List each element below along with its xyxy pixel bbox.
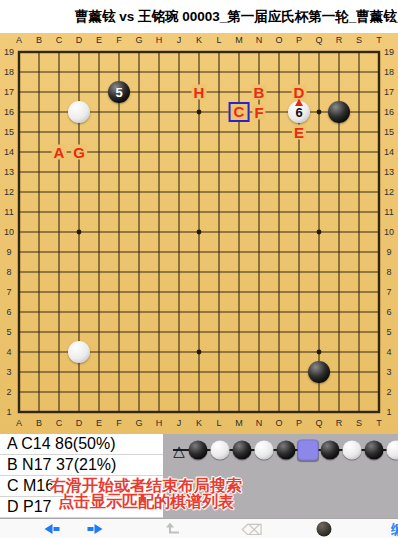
black-stone-icon	[317, 522, 332, 537]
coordinate-label: 9	[6, 247, 11, 257]
coordinate-label: 4	[386, 347, 391, 357]
coordinate-label: Q	[315, 418, 322, 428]
coordinate-label: 14	[384, 147, 394, 157]
coordinate-label: 11	[4, 207, 13, 217]
coordinate-label: N	[256, 35, 263, 45]
coordinate-label: M	[235, 35, 243, 45]
coordinate-label: 2	[6, 387, 11, 397]
coordinate-label: F	[116, 418, 122, 428]
coordinate-label: 18	[384, 67, 394, 77]
coordinate-label: E	[96, 35, 102, 45]
strip-black-stone[interactable]	[321, 441, 340, 460]
coordinate-label: 10	[384, 227, 394, 237]
coordinate-label: R	[336, 35, 343, 45]
coordinate-label: 12	[4, 187, 14, 197]
arrow-right-bar	[88, 527, 94, 531]
coordinate-label: 19	[384, 47, 394, 57]
step-forward-button[interactable]	[88, 524, 103, 534]
coordinate-label: J	[177, 35, 182, 45]
coordinate-label: M	[235, 418, 243, 428]
star-point	[317, 350, 322, 355]
black-stone-f17: 5	[108, 81, 130, 103]
coordinate-label: L	[216, 35, 221, 45]
coordinate-label: 5	[6, 327, 11, 337]
coordinate-label: G	[135, 35, 142, 45]
hint-line-1: 右滑开始或者结束布局搜索	[50, 478, 242, 494]
coordinate-label: 13	[4, 167, 14, 177]
coordinate-label: 2	[386, 387, 391, 397]
board-mark-h[interactable]: H	[192, 85, 207, 100]
arrow-left-icon	[45, 524, 53, 534]
white-stone-p16: 6	[288, 101, 310, 123]
jump-up-icon	[166, 523, 180, 536]
board-mark-c[interactable]: C	[229, 102, 250, 122]
candidate-row-a[interactable]: A C14 86(50%)	[0, 434, 163, 455]
star-point	[197, 230, 202, 235]
coordinate-label: 16	[4, 107, 14, 117]
coordinate-label: Q	[315, 35, 322, 45]
coordinate-label: B	[36, 35, 42, 45]
coordinate-label: 7	[386, 287, 391, 297]
coordinate-label: A	[16, 35, 22, 45]
star-point	[197, 110, 202, 115]
step-back-button[interactable]	[45, 524, 60, 534]
jump-button[interactable]	[166, 523, 180, 536]
coordinate-label: T	[376, 35, 382, 45]
backspace-icon: ⌫	[241, 522, 262, 537]
board-mark-e[interactable]: E	[292, 125, 306, 140]
hint-overlay: 右滑开始或者结束布局搜索 点击显示匹配的棋谱列表	[50, 478, 242, 509]
coordinate-label: T	[376, 418, 382, 428]
coordinate-label: 9	[386, 247, 391, 257]
coordinate-label: 15	[4, 127, 14, 137]
coordinate-label: 13	[384, 167, 394, 177]
page-title: 曹薰铉 vs 王铭琬 00003_第一届应氏杯第一轮_曹薰铉_Vs_王	[75, 8, 398, 26]
coordinate-label: O	[275, 35, 282, 45]
coordinate-label: D	[76, 35, 83, 45]
coordinate-label: S	[356, 418, 362, 428]
coordinate-label: 3	[6, 367, 11, 377]
coordinate-label: 19	[4, 47, 14, 57]
black-stone-r16	[328, 101, 350, 123]
white-stone-d4	[68, 341, 90, 363]
coordinate-label: 3	[386, 367, 391, 377]
coordinate-label: 1	[6, 407, 11, 417]
strip-black-stone[interactable]	[277, 441, 296, 460]
board-mark-b[interactable]: B	[252, 85, 267, 100]
board-mark-f[interactable]: F	[252, 105, 265, 120]
coordinate-label: F	[116, 35, 122, 45]
coordinate-label: K	[196, 35, 202, 45]
last-move-marker-icon	[295, 99, 303, 106]
arrow-left-bar	[54, 527, 60, 531]
coordinate-label: K	[196, 418, 202, 428]
coordinate-label: J	[177, 418, 182, 428]
coordinate-label: L	[216, 418, 221, 428]
hint-line-2: 点击显示匹配的棋谱列表	[50, 494, 242, 510]
coordinate-label: 5	[386, 327, 391, 337]
coordinate-label: D	[76, 418, 83, 428]
coordinate-label: 11	[384, 207, 393, 217]
coordinate-label: N	[256, 418, 263, 428]
coordinate-label: 17	[4, 87, 14, 97]
delete-button[interactable]: ⌫	[241, 522, 262, 537]
coordinate-label: 15	[384, 127, 394, 137]
strip-white-stone[interactable]	[211, 441, 230, 460]
coordinate-label: 8	[6, 267, 11, 277]
arrow-right-icon	[95, 524, 103, 534]
coordinate-label: 14	[4, 147, 14, 157]
coordinate-label: O	[275, 418, 282, 428]
coordinate-label: H	[156, 418, 163, 428]
star-point	[317, 230, 322, 235]
coordinate-label: G	[135, 418, 142, 428]
strip-white-stone[interactable]	[387, 441, 398, 460]
star-point	[317, 110, 322, 115]
star-point	[197, 350, 202, 355]
board-mark-g[interactable]: G	[71, 145, 87, 160]
star-point	[77, 230, 82, 235]
coordinate-label: R	[336, 418, 343, 428]
coordinate-label: P	[296, 418, 302, 428]
title-bar: 曹薰铉 vs 王铭琬 00003_第一届应氏杯第一轮_曹薰铉_Vs_王	[0, 0, 398, 33]
strip-start-triangle-icon[interactable]: △	[173, 443, 185, 458]
coordinate-label: 16	[384, 107, 394, 117]
coordinate-label: 17	[384, 87, 394, 97]
coordinate-label: 1	[386, 407, 391, 417]
coordinate-label: B	[36, 418, 42, 428]
coordinate-label: H	[156, 35, 163, 45]
coordinate-label: P	[296, 35, 302, 45]
coordinate-label: 12	[384, 187, 394, 197]
white-stone-d16	[68, 101, 90, 123]
coordinate-label: 4	[6, 347, 11, 357]
board-mark-d[interactable]: D	[292, 85, 307, 100]
strip-black-stone[interactable]	[365, 441, 384, 460]
coordinate-label: 8	[386, 267, 391, 277]
bottom-toolbar: ⌫ 编	[0, 518, 398, 538]
strip-white-stone[interactable]	[255, 441, 274, 460]
coordinate-label: 6	[6, 307, 11, 317]
strip-black-stone[interactable]	[189, 441, 208, 460]
coordinate-label: A	[16, 418, 22, 428]
edit-button[interactable]: 编	[391, 521, 398, 538]
go-board[interactable]: AABBCCDDEEFFGGHHJJKKLLMMNNOOPPQQRRSSTT11…	[0, 33, 398, 434]
coordinate-label: 18	[4, 67, 14, 77]
stone-color-button[interactable]	[317, 522, 332, 537]
coordinate-label: 10	[4, 227, 14, 237]
current-move-marker[interactable]	[298, 440, 319, 461]
candidate-row-b[interactable]: B N17 37(21%)	[0, 455, 163, 476]
coordinate-label: E	[96, 418, 102, 428]
coordinate-label: C	[56, 418, 63, 428]
strip-white-stone[interactable]	[343, 441, 362, 460]
coordinate-label: C	[56, 35, 63, 45]
coordinate-label: 6	[386, 307, 391, 317]
black-stone-q3	[308, 361, 330, 383]
board-mark-a[interactable]: A	[52, 145, 67, 160]
coordinate-label: S	[356, 35, 362, 45]
coordinate-label: 7	[6, 287, 11, 297]
strip-black-stone[interactable]	[233, 441, 252, 460]
